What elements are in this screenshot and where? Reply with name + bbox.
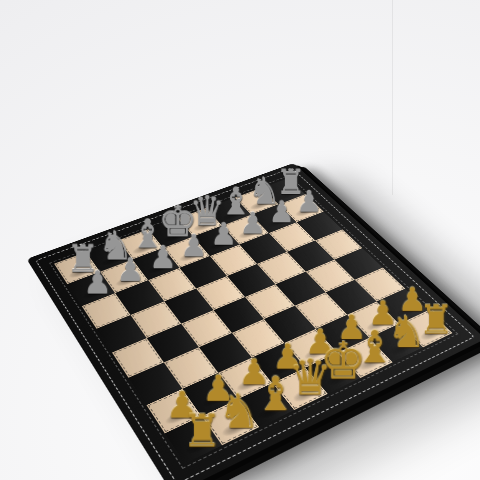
product-photo-stage: ♜♞♝♚♛♝♞♜♟♟♟♟♟♟♟♟♟♟♟♟♟♟♟♟♜♞♝♛♚♝♞♜ <box>0 0 480 480</box>
chess-board: ♜♞♝♚♛♝♞♜♟♟♟♟♟♟♟♟♟♟♟♟♟♟♟♟♜♞♝♛♚♝♞♜ <box>27 163 480 480</box>
perspective-scene: ♜♞♝♚♛♝♞♜♟♟♟♟♟♟♟♟♟♟♟♟♟♟♟♟♜♞♝♛♚♝♞♜ <box>0 0 480 480</box>
square-c4 <box>181 310 232 347</box>
black-pawn: ♟ <box>180 233 207 261</box>
black-pawn: ♟ <box>117 256 145 285</box>
black-pawn: ♟ <box>268 200 294 227</box>
black-pawn: ♟ <box>210 221 237 249</box>
black-pawn: ♟ <box>149 244 177 273</box>
white-bishop: ♝ <box>254 374 296 417</box>
black-pawn: ♟ <box>83 269 112 298</box>
white-rook: ♜ <box>182 411 222 452</box>
black-pawn: ♟ <box>240 210 267 237</box>
black-pawn: ♟ <box>296 189 322 216</box>
white-knight: ♞ <box>218 391 261 435</box>
chess-board-squares: ♜♞♝♚♛♝♞♜♟♟♟♟♟♟♟♟♟♟♟♟♟♟♟♟♜♞♝♛♚♝♞♜ <box>54 178 452 463</box>
